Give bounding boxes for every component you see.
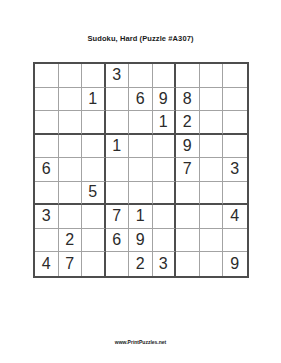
cell-r2c4[interactable] <box>106 88 130 112</box>
cell-r7c6[interactable] <box>153 205 177 229</box>
cell-r3c3[interactable] <box>82 111 106 135</box>
cell-r1c8[interactable] <box>200 64 224 88</box>
cell-r2c9[interactable] <box>223 88 247 112</box>
cell-r9c7[interactable] <box>176 252 200 276</box>
cell-r4c5[interactable] <box>129 135 153 159</box>
cell-r8c4[interactable]: 6 <box>106 229 130 253</box>
cell-r6c2[interactable] <box>59 182 83 206</box>
cell-r1c9[interactable] <box>223 64 247 88</box>
cell-r1c7[interactable] <box>176 64 200 88</box>
cell-r7c9[interactable]: 4 <box>223 205 247 229</box>
cell-r6c5[interactable] <box>129 182 153 206</box>
cell-r3c1[interactable] <box>35 111 59 135</box>
cell-r8c1[interactable] <box>35 229 59 253</box>
cell-r3c5[interactable] <box>129 111 153 135</box>
cell-r7c4[interactable]: 7 <box>106 205 130 229</box>
cell-r4c3[interactable] <box>82 135 106 159</box>
cell-r1c6[interactable] <box>153 64 177 88</box>
cell-r2c2[interactable] <box>59 88 83 112</box>
cell-r4c4[interactable]: 1 <box>106 135 130 159</box>
puzzle-title: Sudoku, Hard (Puzzle #A307) <box>0 34 281 43</box>
cell-r5c3[interactable] <box>82 158 106 182</box>
cell-r8c2[interactable]: 2 <box>59 229 83 253</box>
cell-r1c1[interactable] <box>35 64 59 88</box>
cell-r8c5[interactable]: 9 <box>129 229 153 253</box>
cell-r5c2[interactable] <box>59 158 83 182</box>
cell-r9c1[interactable]: 4 <box>35 252 59 276</box>
cell-r3c7[interactable]: 2 <box>176 111 200 135</box>
cell-r9c8[interactable] <box>200 252 224 276</box>
cell-r2c6[interactable]: 9 <box>153 88 177 112</box>
cell-r3c8[interactable] <box>200 111 224 135</box>
cell-r9c6[interactable]: 3 <box>153 252 177 276</box>
cell-r4c9[interactable] <box>223 135 247 159</box>
cell-r2c3[interactable]: 1 <box>82 88 106 112</box>
cell-r9c5[interactable]: 2 <box>129 252 153 276</box>
cell-r6c1[interactable] <box>35 182 59 206</box>
cell-r9c3[interactable] <box>82 252 106 276</box>
cell-r8c7[interactable] <box>176 229 200 253</box>
cell-r7c7[interactable] <box>176 205 200 229</box>
cell-r9c9[interactable]: 9 <box>223 252 247 276</box>
cell-r6c3[interactable]: 5 <box>82 182 106 206</box>
cell-r5c1[interactable]: 6 <box>35 158 59 182</box>
cell-r7c2[interactable] <box>59 205 83 229</box>
cell-r4c2[interactable] <box>59 135 83 159</box>
cell-r7c8[interactable] <box>200 205 224 229</box>
cell-r3c9[interactable] <box>223 111 247 135</box>
sudoku-board: 3169812196735371426947239 <box>33 62 249 278</box>
cell-r2c5[interactable]: 6 <box>129 88 153 112</box>
site-credit: www.PrintPuzzles.net <box>0 339 281 345</box>
cell-r5c4[interactable] <box>106 158 130 182</box>
cell-r3c6[interactable]: 1 <box>153 111 177 135</box>
cell-r6c8[interactable] <box>200 182 224 206</box>
cell-r9c2[interactable]: 7 <box>59 252 83 276</box>
cell-r2c7[interactable]: 8 <box>176 88 200 112</box>
cell-r8c3[interactable] <box>82 229 106 253</box>
cell-r8c8[interactable] <box>200 229 224 253</box>
cell-r8c6[interactable] <box>153 229 177 253</box>
sudoku-page: Sudoku, Hard (Puzzle #A307) 316981219673… <box>0 0 281 363</box>
cell-r7c1[interactable]: 3 <box>35 205 59 229</box>
cell-r8c9[interactable] <box>223 229 247 253</box>
cell-r3c2[interactable] <box>59 111 83 135</box>
cell-r4c6[interactable] <box>153 135 177 159</box>
cell-r5c8[interactable] <box>200 158 224 182</box>
cell-r7c5[interactable]: 1 <box>129 205 153 229</box>
cell-r5c7[interactable]: 7 <box>176 158 200 182</box>
cell-r4c1[interactable] <box>35 135 59 159</box>
cell-r1c5[interactable] <box>129 64 153 88</box>
cell-r6c9[interactable] <box>223 182 247 206</box>
cell-r4c8[interactable] <box>200 135 224 159</box>
cell-r5c6[interactable] <box>153 158 177 182</box>
cell-r1c4[interactable]: 3 <box>106 64 130 88</box>
cell-r9c4[interactable] <box>106 252 130 276</box>
cell-r3c4[interactable] <box>106 111 130 135</box>
cell-r6c6[interactable] <box>153 182 177 206</box>
cell-r2c1[interactable] <box>35 88 59 112</box>
cell-r7c3[interactable] <box>82 205 106 229</box>
cell-r4c7[interactable]: 9 <box>176 135 200 159</box>
cell-r6c7[interactable] <box>176 182 200 206</box>
cell-r1c3[interactable] <box>82 64 106 88</box>
cell-r5c9[interactable]: 3 <box>223 158 247 182</box>
cell-r6c4[interactable] <box>106 182 130 206</box>
cell-r5c5[interactable] <box>129 158 153 182</box>
cell-r1c2[interactable] <box>59 64 83 88</box>
cell-r2c8[interactable] <box>200 88 224 112</box>
